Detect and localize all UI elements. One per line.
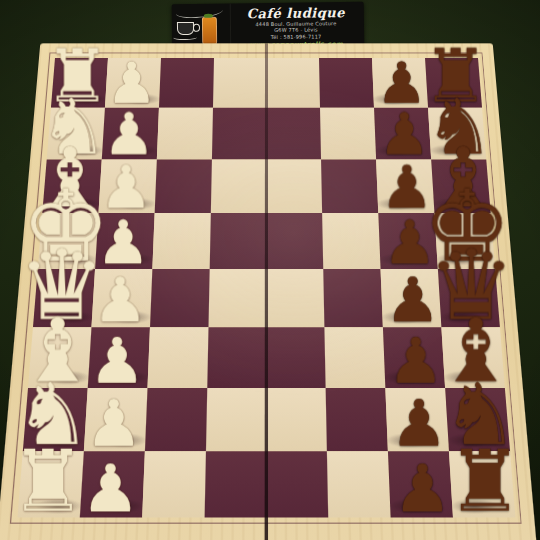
black-rook: ♜ bbox=[446, 445, 522, 517]
square bbox=[213, 58, 267, 108]
white-pawn: ♟ bbox=[85, 397, 143, 452]
square: ♟ bbox=[386, 388, 449, 451]
square: ♜ bbox=[17, 451, 83, 517]
white-rook: ♜ bbox=[11, 445, 87, 517]
square bbox=[157, 108, 213, 160]
square: ♟ bbox=[88, 327, 150, 388]
photo-canvas: Café ludique 4448 Boul. Guillaume Coutur… bbox=[0, 0, 540, 540]
square: ♟ bbox=[84, 388, 147, 451]
square: ♟ bbox=[80, 451, 145, 517]
square: ♜ bbox=[449, 451, 515, 517]
board-scene: ♜♟♟♜♞♟♟♞♝♟♟♝♚♟♟♚♛♟♟♛♝♟♟♝♞♟♟♞♜♟♟♜ bbox=[0, 0, 540, 540]
square bbox=[142, 451, 206, 517]
white-pawn: ♟ bbox=[89, 334, 146, 388]
square: ♟ bbox=[388, 451, 453, 517]
square bbox=[266, 269, 324, 327]
black-pawn: ♟ bbox=[390, 397, 448, 452]
chessboard: ♜♟♟♜♞♟♟♞♝♟♟♝♚♟♟♚♛♟♟♛♝♟♟♝♞♟♟♞♜♟♟♜ bbox=[0, 43, 537, 540]
square bbox=[208, 269, 266, 327]
square bbox=[150, 269, 210, 327]
square bbox=[266, 159, 322, 213]
square bbox=[266, 327, 326, 388]
square bbox=[212, 108, 267, 160]
square bbox=[154, 159, 211, 213]
square bbox=[266, 213, 323, 269]
square bbox=[209, 213, 266, 269]
square: ♟ bbox=[102, 108, 159, 160]
square bbox=[206, 388, 267, 451]
square: ♟ bbox=[374, 108, 431, 160]
square bbox=[266, 451, 328, 517]
square bbox=[207, 327, 267, 388]
square bbox=[145, 388, 207, 451]
square bbox=[266, 108, 321, 160]
square bbox=[266, 58, 320, 108]
white-pawn: ♟ bbox=[81, 461, 140, 517]
board-fold-line bbox=[265, 43, 269, 540]
square bbox=[266, 388, 327, 451]
square bbox=[152, 213, 210, 269]
square bbox=[159, 58, 214, 108]
square bbox=[210, 159, 266, 213]
black-pawn: ♟ bbox=[392, 461, 451, 517]
square bbox=[204, 451, 266, 517]
